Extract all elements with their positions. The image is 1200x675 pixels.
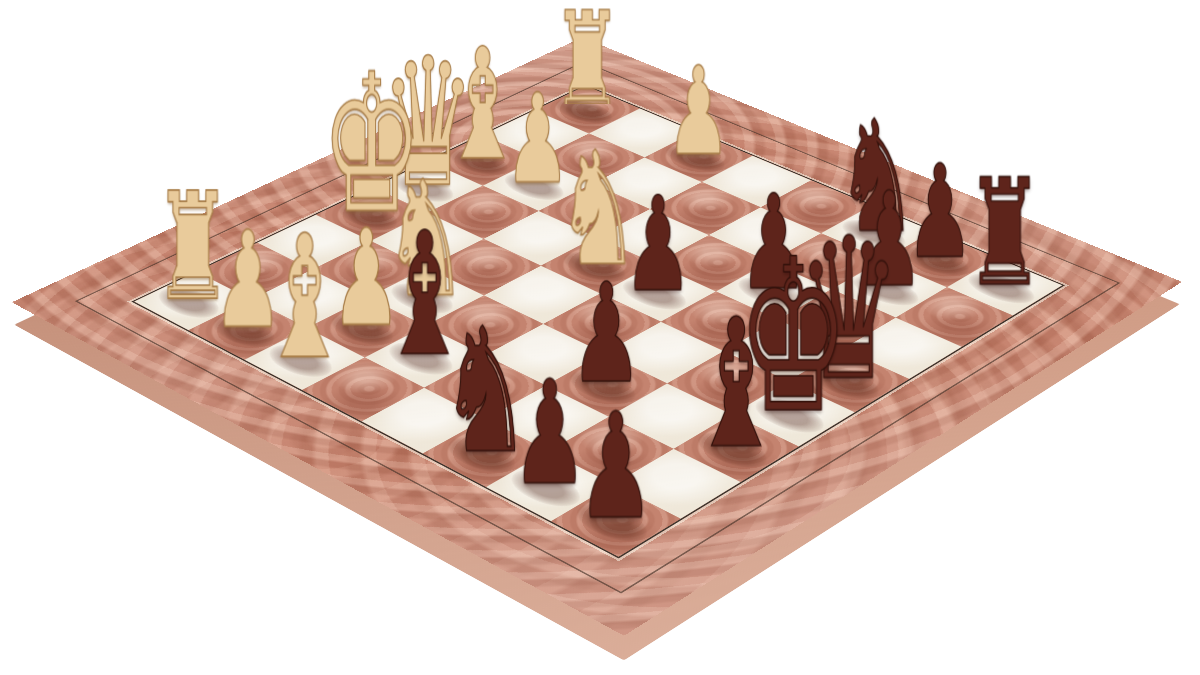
square-f8[interactable]: ♝	[674, 414, 799, 482]
black-bishop-glyph: ♝	[689, 295, 783, 473]
chess-board-photo: ♜♟♞♟♜♟♝♟♟♛♞♟♛♚♚♞♟♝♟♝♜♟♝♞♟♟	[0, 0, 1200, 675]
board-grid: ♜♟♞♟♜♟♝♟♟♛♞♟♛♚♚♞♟♝♟♝♜♟♝♞♟♟	[131, 85, 1064, 559]
black-rook-glyph: ♜	[966, 160, 1044, 307]
square-a8[interactable]: ♜	[947, 258, 1062, 316]
black-pawn-glyph: ♟	[577, 395, 654, 541]
white-bishop-glyph: ♝	[260, 212, 350, 382]
chess-board: ♜♟♞♟♜♟♝♟♟♛♞♟♛♚♚♞♟♝♟♝♜♟♝♞♟♟	[12, 37, 1182, 635]
white-pawn-glyph: ♟	[666, 52, 731, 174]
